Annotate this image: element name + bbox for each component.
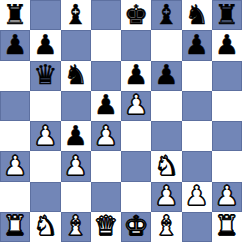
square-h1[interactable]: ♜	[212, 212, 242, 242]
square-d4[interactable]: ♟	[91, 121, 121, 151]
square-b5[interactable]	[30, 91, 60, 121]
square-d6[interactable]	[91, 61, 121, 91]
piece-white-pawn: ♟	[124, 91, 148, 118]
square-c4[interactable]: ♟	[61, 121, 91, 151]
piece-white-knight: ♞	[154, 152, 178, 179]
piece-black-pawn: ♟	[3, 31, 27, 58]
square-d8[interactable]	[91, 0, 121, 30]
square-c1[interactable]: ♝	[61, 212, 91, 242]
square-f3[interactable]: ♞	[151, 151, 181, 181]
square-g3[interactable]	[182, 151, 212, 181]
square-g4[interactable]	[182, 121, 212, 151]
square-g7[interactable]: ♟	[182, 30, 212, 60]
square-g2[interactable]: ♟	[182, 182, 212, 212]
square-h2[interactable]: ♟	[212, 182, 242, 212]
piece-black-king: ♚	[124, 1, 148, 28]
square-f5[interactable]	[151, 91, 181, 121]
piece-black-pawn: ♟	[185, 31, 209, 58]
square-d7[interactable]	[91, 30, 121, 60]
square-b4[interactable]: ♟	[30, 121, 60, 151]
piece-white-pawn: ♟	[94, 122, 118, 149]
square-a7[interactable]: ♟	[0, 30, 30, 60]
square-a1[interactable]: ♜	[0, 212, 30, 242]
square-c6[interactable]: ♞	[61, 61, 91, 91]
square-f2[interactable]: ♟	[151, 182, 181, 212]
square-c2[interactable]	[61, 182, 91, 212]
square-e3[interactable]	[121, 151, 151, 181]
square-d1[interactable]: ♛	[91, 212, 121, 242]
square-b3[interactable]	[30, 151, 60, 181]
piece-white-pawn: ♟	[33, 122, 57, 149]
square-h8[interactable]: ♜	[212, 0, 242, 30]
square-g5[interactable]	[182, 91, 212, 121]
square-f1[interactable]: ♝	[151, 212, 181, 242]
square-e2[interactable]	[121, 182, 151, 212]
square-e8[interactable]: ♚	[121, 0, 151, 30]
chess-board: ♜♝♚♝♞♜♟♟♟♟♛♞♟♟♟♟♟♟♟♟♟♞♟♟♟♜♞♝♛♚♝♜	[0, 0, 242, 242]
square-e7[interactable]	[121, 30, 151, 60]
piece-white-rook: ♜	[215, 212, 239, 239]
piece-white-bishop: ♝	[64, 212, 88, 239]
square-c8[interactable]: ♝	[61, 0, 91, 30]
piece-black-rook: ♜	[215, 1, 239, 28]
square-a6[interactable]	[0, 61, 30, 91]
square-h6[interactable]	[212, 61, 242, 91]
piece-white-king: ♚	[124, 212, 148, 239]
piece-black-pawn: ♟	[64, 122, 88, 149]
piece-white-pawn: ♟	[64, 152, 88, 179]
square-h4[interactable]	[212, 121, 242, 151]
square-c5[interactable]	[61, 91, 91, 121]
square-a4[interactable]	[0, 121, 30, 151]
square-c3[interactable]: ♟	[61, 151, 91, 181]
square-b1[interactable]: ♞	[30, 212, 60, 242]
square-f7[interactable]	[151, 30, 181, 60]
piece-black-bishop: ♝	[154, 1, 178, 28]
square-e5[interactable]: ♟	[121, 91, 151, 121]
piece-white-rook: ♜	[3, 212, 27, 239]
piece-black-pawn: ♟	[124, 61, 148, 88]
square-d5[interactable]: ♟	[91, 91, 121, 121]
piece-white-bishop: ♝	[154, 212, 178, 239]
square-b7[interactable]: ♟	[30, 30, 60, 60]
piece-white-queen: ♛	[94, 212, 118, 239]
square-h3[interactable]	[212, 151, 242, 181]
square-e6[interactable]: ♟	[121, 61, 151, 91]
square-h5[interactable]	[212, 91, 242, 121]
piece-white-pawn: ♟	[3, 152, 27, 179]
square-a2[interactable]	[0, 182, 30, 212]
piece-black-knight: ♞	[185, 1, 209, 28]
square-g1[interactable]	[182, 212, 212, 242]
square-f4[interactable]	[151, 121, 181, 151]
piece-black-pawn: ♟	[154, 61, 178, 88]
piece-white-pawn: ♟	[154, 182, 178, 209]
square-b8[interactable]	[30, 0, 60, 30]
piece-white-knight: ♞	[33, 212, 57, 239]
piece-white-pawn: ♟	[185, 182, 209, 209]
square-a3[interactable]: ♟	[0, 151, 30, 181]
piece-white-pawn: ♟	[215, 182, 239, 209]
square-a8[interactable]: ♜	[0, 0, 30, 30]
square-h7[interactable]: ♟	[212, 30, 242, 60]
square-d3[interactable]	[91, 151, 121, 181]
piece-black-pawn: ♟	[215, 31, 239, 58]
piece-black-pawn: ♟	[94, 91, 118, 118]
square-c7[interactable]	[61, 30, 91, 60]
piece-black-knight: ♞	[64, 61, 88, 88]
square-b2[interactable]	[30, 182, 60, 212]
piece-black-queen: ♛	[33, 61, 57, 88]
square-g8[interactable]: ♞	[182, 0, 212, 30]
piece-black-bishop: ♝	[64, 1, 88, 28]
square-d2[interactable]	[91, 182, 121, 212]
piece-black-pawn: ♟	[33, 31, 57, 58]
square-e1[interactable]: ♚	[121, 212, 151, 242]
square-e4[interactable]	[121, 121, 151, 151]
square-f6[interactable]: ♟	[151, 61, 181, 91]
square-f8[interactable]: ♝	[151, 0, 181, 30]
square-g6[interactable]	[182, 61, 212, 91]
square-b6[interactable]: ♛	[30, 61, 60, 91]
square-a5[interactable]	[0, 91, 30, 121]
piece-black-rook: ♜	[3, 1, 27, 28]
